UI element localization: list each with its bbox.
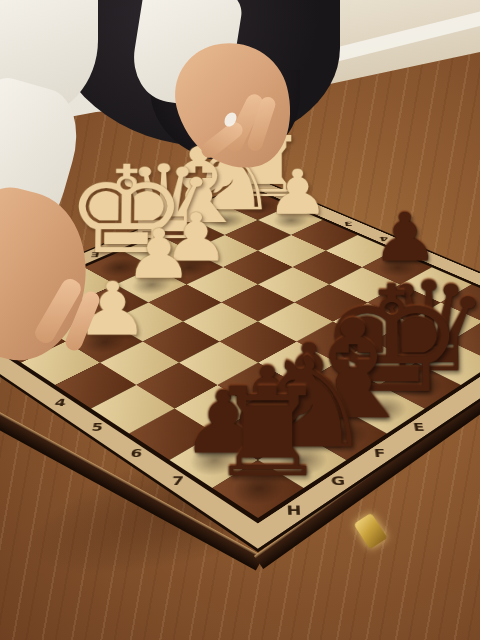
black-R-glyph: ♜ [163, 371, 372, 494]
coord-near-number-4: 4 [44, 395, 77, 412]
chess-photo-scene: { "game": "chess", "position": { "fen": … [0, 0, 480, 640]
